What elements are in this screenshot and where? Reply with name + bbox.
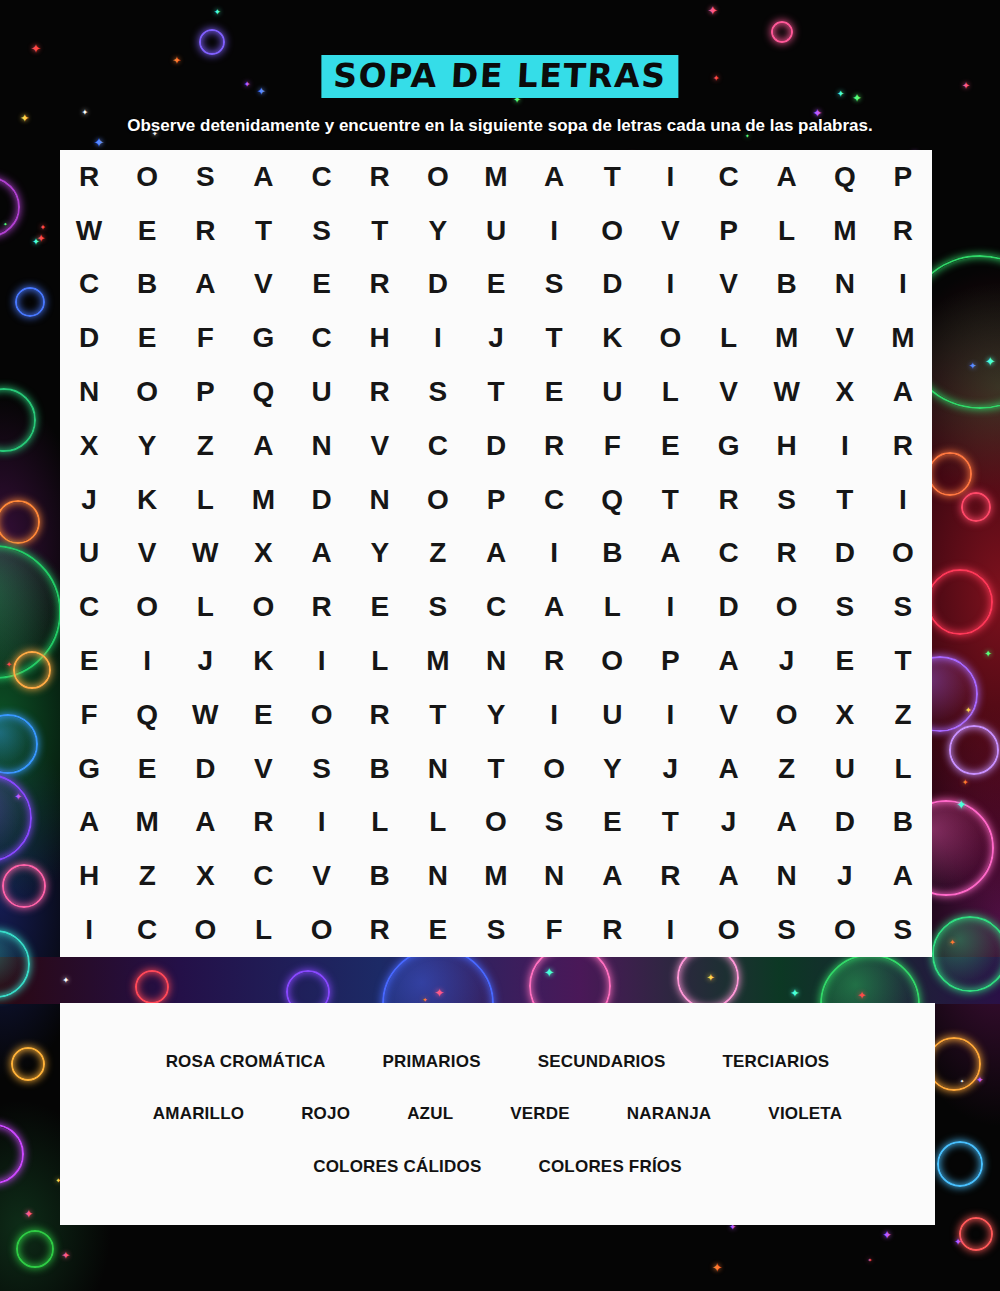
grid-cell-r12c4[interactable]: V bbox=[234, 742, 292, 796]
grid-cell-r15c14[interactable]: O bbox=[816, 903, 874, 957]
bubble-ring bbox=[949, 725, 999, 775]
grid-cell-r8c7[interactable]: Z bbox=[409, 527, 467, 581]
page-title: SOPA DE LETRAS bbox=[332, 56, 667, 95]
grid-cell-r2c2[interactable]: E bbox=[118, 204, 176, 258]
grid-cell-r12c3[interactable]: D bbox=[176, 742, 234, 796]
star-sparkle: ✦ bbox=[882, 1229, 892, 1241]
star-sparkle: ✦ bbox=[960, 1079, 964, 1084]
grid-cell-r11c5[interactable]: O bbox=[293, 688, 351, 742]
star-sparkle: ✦ bbox=[14, 792, 22, 802]
star-sparkle: ✦ bbox=[712, 1262, 723, 1275]
grid-cell-r13c7[interactable]: L bbox=[409, 796, 467, 850]
grid-cell-r5c1[interactable]: N bbox=[60, 365, 118, 419]
grid-cell-r13c4[interactable]: R bbox=[234, 796, 292, 850]
word-item: COLORES CÁLIDOS bbox=[313, 1157, 481, 1177]
grid-cell-r9c15[interactable]: S bbox=[874, 580, 932, 634]
grid-cell-r1c12[interactable]: C bbox=[699, 150, 757, 204]
grid-cell-r10c15[interactable]: T bbox=[874, 634, 932, 688]
grid-cell-r13c6[interactable]: L bbox=[351, 796, 409, 850]
grid-cell-r3c15[interactable]: I bbox=[874, 258, 932, 312]
grid-cell-r6c2[interactable]: Y bbox=[118, 419, 176, 473]
grid-cell-r4c5[interactable]: C bbox=[293, 311, 351, 365]
grid-cell-r6c15[interactable]: R bbox=[874, 419, 932, 473]
star-sparkle: ✦ bbox=[172, 55, 181, 66]
star-sparkle: ✦ bbox=[244, 81, 251, 89]
grid-cell-r15c13[interactable]: S bbox=[758, 903, 816, 957]
grid-cell-r2c3[interactable]: R bbox=[176, 204, 234, 258]
grid-cell-r2c10[interactable]: O bbox=[583, 204, 641, 258]
grid-cell-r3c2[interactable]: B bbox=[118, 258, 176, 312]
grid-cell-r5c7[interactable]: S bbox=[409, 365, 467, 419]
grid-cell-r7c1[interactable]: J bbox=[60, 473, 118, 527]
grid-cell-r8c14[interactable]: D bbox=[816, 527, 874, 581]
grid-cell-r7c13[interactable]: S bbox=[758, 473, 816, 527]
grid-cell-r13c9[interactable]: S bbox=[525, 796, 583, 850]
word-item: SECUNDARIOS bbox=[538, 1052, 666, 1072]
grid-cell-r9c9[interactable]: A bbox=[525, 580, 583, 634]
grid-cell-r11c9[interactable]: I bbox=[525, 688, 583, 742]
grid-cell-r1c2[interactable]: O bbox=[118, 150, 176, 204]
grid-cell-r13c13[interactable]: A bbox=[758, 796, 816, 850]
grid-cell-r1c14[interactable]: Q bbox=[816, 150, 874, 204]
instruction-text: Observe detenidamente y encuentre en la … bbox=[0, 116, 1000, 136]
grid-cell-r11c1[interactable]: F bbox=[60, 688, 118, 742]
grid-cell-r9c13[interactable]: O bbox=[758, 580, 816, 634]
star-sparkle: ✦ bbox=[949, 939, 956, 947]
star-sparkle: ✦ bbox=[24, 1208, 34, 1220]
grid-cell-r9c4[interactable]: O bbox=[234, 580, 292, 634]
star-sparkle: ✦ bbox=[857, 990, 866, 1001]
grid-cell-r2c7[interactable]: Y bbox=[409, 204, 467, 258]
word-bank-row-1: ROSA CROMÁTICAPRIMARIOSSECUNDARIOSTERCIA… bbox=[60, 1052, 935, 1072]
grid-cell-r8c10[interactable]: B bbox=[583, 527, 641, 581]
grid-cell-r3c11[interactable]: I bbox=[641, 258, 699, 312]
grid-cell-r6c14[interactable]: I bbox=[816, 419, 874, 473]
word-item: TERCIARIOS bbox=[723, 1052, 830, 1072]
grid-cell-r8c5[interactable]: A bbox=[293, 527, 351, 581]
grid-cell-r3c10[interactable]: D bbox=[583, 258, 641, 312]
grid-cell-r5c10[interactable]: U bbox=[583, 365, 641, 419]
grid-cell-r7c7[interactable]: O bbox=[409, 473, 467, 527]
grid-cell-r11c3[interactable]: W bbox=[176, 688, 234, 742]
grid-cell-r1c10[interactable]: T bbox=[583, 150, 641, 204]
star-sparkle: ✦ bbox=[985, 356, 996, 369]
star-sparkle: ✦ bbox=[956, 799, 966, 811]
star-sparkle: ✦ bbox=[61, 1250, 70, 1261]
word-item: VIOLETA bbox=[768, 1104, 842, 1124]
grid-cell-r12c15[interactable]: L bbox=[874, 742, 932, 796]
star-sparkle: ✦ bbox=[434, 988, 444, 1000]
star-sparkle: ✦ bbox=[837, 89, 845, 99]
grid-cell-r2c14[interactable]: M bbox=[816, 204, 874, 258]
grid-cell-r8c2[interactable]: V bbox=[118, 527, 176, 581]
grid-cell-r4c9[interactable]: T bbox=[525, 311, 583, 365]
grid-cell-r13c8[interactable]: O bbox=[467, 796, 525, 850]
star-sparkle: ✦ bbox=[30, 43, 41, 56]
grid-cell-r9c11[interactable]: I bbox=[641, 580, 699, 634]
grid-cell-r11c11[interactable]: I bbox=[641, 688, 699, 742]
word-item: NARANJA bbox=[627, 1104, 712, 1124]
grid-cell-r2c13[interactable]: L bbox=[758, 204, 816, 258]
star-sparkle: ✦ bbox=[94, 137, 105, 150]
grid-cell-r4c4[interactable]: G bbox=[234, 311, 292, 365]
grid-cell-r1c4[interactable]: A bbox=[234, 150, 292, 204]
word-bank-row-2: AMARILLOROJOAZULVERDENARANJAVIOLETA bbox=[60, 1104, 935, 1124]
bubble-ring bbox=[927, 569, 993, 635]
grid-cell-r7c12[interactable]: R bbox=[699, 473, 757, 527]
grid-cell-r12c8[interactable]: T bbox=[467, 742, 525, 796]
grid-cell-r15c2[interactable]: C bbox=[118, 903, 176, 957]
star-sparkle: ✦ bbox=[969, 362, 977, 371]
grid-cell-r2c12[interactable]: P bbox=[699, 204, 757, 258]
grid-cell-r10c13[interactable]: J bbox=[758, 634, 816, 688]
grid-cell-r1c15[interactable]: P bbox=[874, 150, 932, 204]
grid-cell-r15c9[interactable]: F bbox=[525, 903, 583, 957]
grid-cell-r1c7[interactable]: O bbox=[409, 150, 467, 204]
grid-cell-r7c9[interactable]: C bbox=[525, 473, 583, 527]
grid-cell-r3c9[interactable]: S bbox=[525, 258, 583, 312]
grid-cell-r3c1[interactable]: C bbox=[60, 258, 118, 312]
grid-cell-r11c2[interactable]: Q bbox=[118, 688, 176, 742]
grid-cell-r15c15[interactable]: S bbox=[874, 903, 932, 957]
grid-cell-r4c7[interactable]: I bbox=[409, 311, 467, 365]
grid-cell-r13c10[interactable]: E bbox=[583, 796, 641, 850]
grid-cell-r11c4[interactable]: E bbox=[234, 688, 292, 742]
grid-cell-r10c9[interactable]: R bbox=[525, 634, 583, 688]
grid-cell-r8c9[interactable]: I bbox=[525, 527, 583, 581]
star-sparkle: ✦ bbox=[962, 81, 970, 91]
grid-cell-r8c11[interactable]: A bbox=[641, 527, 699, 581]
grid-cell-r3c8[interactable]: E bbox=[467, 258, 525, 312]
grid-cell-r15c5[interactable]: O bbox=[293, 903, 351, 957]
grid-cell-r1c11[interactable]: I bbox=[641, 150, 699, 204]
grid-cell-r11c6[interactable]: R bbox=[351, 688, 409, 742]
grid-cell-r5c14[interactable]: X bbox=[816, 365, 874, 419]
grid-cell-r4c2[interactable]: E bbox=[118, 311, 176, 365]
grid-cell-r14c13[interactable]: N bbox=[758, 849, 816, 903]
word-item: ROSA CROMÁTICA bbox=[166, 1052, 326, 1072]
grid-cell-r3c14[interactable]: N bbox=[816, 258, 874, 312]
grid-cell-r11c14[interactable]: X bbox=[816, 688, 874, 742]
star-sparkle: ✦ bbox=[852, 93, 862, 105]
grid-cell-r9c3[interactable]: L bbox=[176, 580, 234, 634]
grid-cell-r14c4[interactable]: C bbox=[234, 849, 292, 903]
star-sparkle: ✦ bbox=[962, 779, 969, 787]
star-sparkle: ✦ bbox=[954, 1238, 962, 1247]
grid-cell-r13c11[interactable]: T bbox=[641, 796, 699, 850]
grid-cell-r15c3[interactable]: O bbox=[176, 903, 234, 957]
grid-cell-r10c3[interactable]: J bbox=[176, 634, 234, 688]
grid-cell-r12c7[interactable]: N bbox=[409, 742, 467, 796]
grid-cell-r6c8[interactable]: D bbox=[467, 419, 525, 473]
grid-cell-r10c2[interactable]: I bbox=[118, 634, 176, 688]
grid-cell-r4c3[interactable]: F bbox=[176, 311, 234, 365]
grid-cell-r1c13[interactable]: A bbox=[758, 150, 816, 204]
grid-cell-r8c1[interactable]: U bbox=[60, 527, 118, 581]
star-sparkle: ✦ bbox=[214, 8, 221, 17]
grid-cell-r15c6[interactable]: R bbox=[351, 903, 409, 957]
grid-cell-r9c8[interactable]: C bbox=[467, 580, 525, 634]
grid-cell-r2c4[interactable]: T bbox=[234, 204, 292, 258]
grid-cell-r5c6[interactable]: R bbox=[351, 365, 409, 419]
grid-cell-r1c1[interactable]: R bbox=[60, 150, 118, 204]
grid-cell-r4c13[interactable]: M bbox=[758, 311, 816, 365]
grid-cell-r11c15[interactable]: Z bbox=[874, 688, 932, 742]
grid-cell-r10c11[interactable]: P bbox=[641, 634, 699, 688]
bubble-ring bbox=[11, 1047, 45, 1081]
star-sparkle: ✦ bbox=[62, 976, 69, 985]
grid-cell-r2c6[interactable]: T bbox=[351, 204, 409, 258]
word-bank-row-3: COLORES CÁLIDOSCOLORES FRÍOS bbox=[60, 1157, 935, 1177]
word-item: AMARILLO bbox=[153, 1104, 244, 1124]
grid-cell-r5c2[interactable]: O bbox=[118, 365, 176, 419]
star-sparkle: ✦ bbox=[790, 988, 799, 999]
bubble-ring bbox=[961, 492, 991, 522]
grid-cell-r4c14[interactable]: V bbox=[816, 311, 874, 365]
grid-cell-r10c1[interactable]: E bbox=[60, 634, 118, 688]
grid-cell-r14c14[interactable]: J bbox=[816, 849, 874, 903]
grid-cell-r15c11[interactable]: I bbox=[641, 903, 699, 957]
grid-cell-r4c8[interactable]: J bbox=[467, 311, 525, 365]
grid-cell-r8c15[interactable]: O bbox=[874, 527, 932, 581]
star-sparkle: ✦ bbox=[40, 224, 47, 232]
grid-cell-r2c1[interactable]: W bbox=[60, 204, 118, 258]
grid-cell-r7c4[interactable]: M bbox=[234, 473, 292, 527]
title-banner: SOPA DE LETRAS bbox=[321, 55, 678, 98]
grid-cell-r2c9[interactable]: I bbox=[525, 204, 583, 258]
grid-cell-r4c11[interactable]: O bbox=[641, 311, 699, 365]
grid-cell-r6c5[interactable]: N bbox=[293, 419, 351, 473]
grid-cell-r13c2[interactable]: M bbox=[118, 796, 176, 850]
grid-cell-r1c8[interactable]: M bbox=[467, 150, 525, 204]
grid-cell-r3c7[interactable]: D bbox=[409, 258, 467, 312]
grid-cell-r7c14[interactable]: T bbox=[816, 473, 874, 527]
grid-cell-r13c15[interactable]: B bbox=[874, 796, 932, 850]
grid-cell-r1c6[interactable]: R bbox=[351, 150, 409, 204]
grid-cell-r9c5[interactable]: R bbox=[293, 580, 351, 634]
grid-cell-r6c4[interactable]: A bbox=[234, 419, 292, 473]
grid-cell-r8c4[interactable]: X bbox=[234, 527, 292, 581]
bubble-ring bbox=[959, 1217, 993, 1251]
grid-cell-r6c13[interactable]: H bbox=[758, 419, 816, 473]
grid-cell-r2c11[interactable]: V bbox=[641, 204, 699, 258]
grid-cell-r11c7[interactable]: T bbox=[409, 688, 467, 742]
word-item: PRIMARIOS bbox=[383, 1052, 481, 1072]
grid-cell-r6c3[interactable]: Z bbox=[176, 419, 234, 473]
grid-cell-r4c1[interactable]: D bbox=[60, 311, 118, 365]
grid-cell-r8c8[interactable]: A bbox=[467, 527, 525, 581]
grid-cell-r8c3[interactable]: W bbox=[176, 527, 234, 581]
grid-cell-r15c4[interactable]: L bbox=[234, 903, 292, 957]
grid-cell-r9c1[interactable]: C bbox=[60, 580, 118, 634]
grid-cell-r5c9[interactable]: E bbox=[525, 365, 583, 419]
grid-cell-r14c1[interactable]: H bbox=[60, 849, 118, 903]
star-sparkle: ✦ bbox=[6, 661, 12, 669]
word-item: COLORES FRÍOS bbox=[538, 1157, 681, 1177]
grid-cell-r6c10[interactable]: F bbox=[583, 419, 641, 473]
bubble-ring bbox=[16, 1230, 54, 1268]
star-sparkle: ✦ bbox=[712, 74, 719, 83]
grid-cell-r14c8[interactable]: M bbox=[467, 849, 525, 903]
bubble-ring bbox=[2, 864, 46, 908]
grid-cell-r5c11[interactable]: L bbox=[641, 365, 699, 419]
star-sparkle: ✦ bbox=[976, 1076, 984, 1085]
grid-cell-r7c2[interactable]: K bbox=[118, 473, 176, 527]
grid-cell-r6c11[interactable]: E bbox=[641, 419, 699, 473]
grid-cell-r6c6[interactable]: V bbox=[351, 419, 409, 473]
grid-cell-r9c10[interactable]: L bbox=[583, 580, 641, 634]
letter-grid: ROSACROMATICAQPWERTSTYUIOVPLMRCBAVERDESD… bbox=[60, 150, 932, 957]
grid-cell-r10c14[interactable]: E bbox=[816, 634, 874, 688]
grid-cell-r6c9[interactable]: R bbox=[525, 419, 583, 473]
grid-cell-r7c11[interactable]: T bbox=[641, 473, 699, 527]
grid-cell-r10c4[interactable]: K bbox=[234, 634, 292, 688]
grid-cell-r2c8[interactable]: U bbox=[467, 204, 525, 258]
grid-cell-r14c12[interactable]: A bbox=[699, 849, 757, 903]
grid-cell-r4c6[interactable]: H bbox=[351, 311, 409, 365]
grid-cell-r8c13[interactable]: R bbox=[758, 527, 816, 581]
grid-cell-r5c12[interactable]: V bbox=[699, 365, 757, 419]
star-sparkle: ✦ bbox=[257, 86, 266, 97]
grid-cell-r8c6[interactable]: Y bbox=[351, 527, 409, 581]
grid-cell-r15c10[interactable]: R bbox=[583, 903, 641, 957]
grid-cell-r8c12[interactable]: C bbox=[699, 527, 757, 581]
grid-cell-r14c9[interactable]: N bbox=[525, 849, 583, 903]
grid-cell-r10c12[interactable]: A bbox=[699, 634, 757, 688]
grid-cell-r7c3[interactable]: L bbox=[176, 473, 234, 527]
grid-cell-r3c12[interactable]: V bbox=[699, 258, 757, 312]
grid-cell-r12c5[interactable]: S bbox=[293, 742, 351, 796]
grid-cell-r13c1[interactable]: A bbox=[60, 796, 118, 850]
grid-cell-r14c2[interactable]: Z bbox=[118, 849, 176, 903]
grid-cell-r6c12[interactable]: G bbox=[699, 419, 757, 473]
grid-cell-r11c12[interactable]: V bbox=[699, 688, 757, 742]
grid-cell-r12c9[interactable]: O bbox=[525, 742, 583, 796]
grid-cell-r12c12[interactable]: A bbox=[699, 742, 757, 796]
grid-cell-r11c8[interactable]: Y bbox=[467, 688, 525, 742]
grid-cell-r7c5[interactable]: D bbox=[293, 473, 351, 527]
grid-cell-r13c12[interactable]: J bbox=[699, 796, 757, 850]
bubble-ring bbox=[771, 21, 793, 43]
bubble-ring bbox=[199, 29, 225, 55]
grid-cell-r11c10[interactable]: U bbox=[583, 688, 641, 742]
grid-cell-r4c15[interactable]: M bbox=[874, 311, 932, 365]
grid-cell-r12c13[interactable]: Z bbox=[758, 742, 816, 796]
star-sparkle: ✦ bbox=[32, 237, 40, 247]
grid-cell-r9c6[interactable]: E bbox=[351, 580, 409, 634]
grid-cell-r1c5[interactable]: C bbox=[293, 150, 351, 204]
bubble-ring bbox=[932, 916, 1000, 992]
grid-cell-r13c5[interactable]: I bbox=[293, 796, 351, 850]
word-item: AZUL bbox=[407, 1104, 453, 1124]
grid-cell-r7c8[interactable]: P bbox=[467, 473, 525, 527]
grid-cell-r3c6[interactable]: R bbox=[351, 258, 409, 312]
grid-cell-r14c5[interactable]: V bbox=[293, 849, 351, 903]
grid-cell-r14c6[interactable]: B bbox=[351, 849, 409, 903]
grid-cell-r14c11[interactable]: R bbox=[641, 849, 699, 903]
bubble-ring bbox=[13, 651, 51, 689]
grid-cell-r5c3[interactable]: P bbox=[176, 365, 234, 419]
grid-cell-r10c8[interactable]: N bbox=[467, 634, 525, 688]
grid-cell-r10c6[interactable]: L bbox=[351, 634, 409, 688]
grid-cell-r4c12[interactable]: L bbox=[699, 311, 757, 365]
star-sparkle: ✦ bbox=[984, 649, 992, 659]
star-sparkle: ✦ bbox=[706, 973, 714, 983]
grid-cell-r6c7[interactable]: C bbox=[409, 419, 467, 473]
grid-cell-r14c3[interactable]: X bbox=[176, 849, 234, 903]
grid-cell-r10c10[interactable]: O bbox=[583, 634, 641, 688]
grid-cell-r5c5[interactable]: U bbox=[293, 365, 351, 419]
grid-cell-r12c14[interactable]: U bbox=[816, 742, 874, 796]
grid-cell-r3c4[interactable]: V bbox=[234, 258, 292, 312]
bubble-ring bbox=[927, 1037, 981, 1091]
grid-cell-r15c12[interactable]: O bbox=[699, 903, 757, 957]
grid-cell-r2c15[interactable]: R bbox=[874, 204, 932, 258]
grid-cell-r5c4[interactable]: Q bbox=[234, 365, 292, 419]
grid-cell-r3c3[interactable]: A bbox=[176, 258, 234, 312]
grid-cell-r13c14[interactable]: D bbox=[816, 796, 874, 850]
grid-cell-r7c10[interactable]: Q bbox=[583, 473, 641, 527]
grid-cell-r13c3[interactable]: A bbox=[176, 796, 234, 850]
grid-cell-r5c13[interactable]: W bbox=[758, 365, 816, 419]
grid-cell-r12c2[interactable]: E bbox=[118, 742, 176, 796]
grid-cell-r1c9[interactable]: A bbox=[525, 150, 583, 204]
bubble-ring bbox=[135, 970, 169, 1004]
grid-cell-r9c7[interactable]: S bbox=[409, 580, 467, 634]
grid-cell-r5c8[interactable]: T bbox=[467, 365, 525, 419]
word-bank: ROSA CROMÁTICAPRIMARIOSSECUNDARIOSTERCIA… bbox=[60, 1003, 935, 1225]
star-sparkle: ✦ bbox=[544, 967, 555, 980]
grid-cell-r3c13[interactable]: B bbox=[758, 258, 816, 312]
grid-cell-r7c6[interactable]: N bbox=[351, 473, 409, 527]
grid-cell-r6c1[interactable]: X bbox=[60, 419, 118, 473]
grid-cell-r11c13[interactable]: O bbox=[758, 688, 816, 742]
star-sparkle: ✦ bbox=[3, 222, 7, 227]
grid-cell-r7c15[interactable]: I bbox=[874, 473, 932, 527]
grid-cell-r12c1[interactable]: G bbox=[60, 742, 118, 796]
star-sparkle: ✦ bbox=[965, 706, 972, 714]
grid-cell-r15c7[interactable]: E bbox=[409, 903, 467, 957]
grid-cell-r1c3[interactable]: S bbox=[176, 150, 234, 204]
star-sparkle: ✦ bbox=[868, 1258, 873, 1263]
grid-cell-r9c2[interactable]: O bbox=[118, 580, 176, 634]
grid-cell-r12c6[interactable]: B bbox=[351, 742, 409, 796]
grid-cell-r15c1[interactable]: I bbox=[60, 903, 118, 957]
grid-cell-r3c5[interactable]: E bbox=[293, 258, 351, 312]
grid-cell-r12c11[interactable]: J bbox=[641, 742, 699, 796]
bubble-ring bbox=[928, 452, 972, 496]
word-item: VERDE bbox=[510, 1104, 570, 1124]
word-item: ROJO bbox=[301, 1104, 350, 1124]
grid-cell-r10c7[interactable]: M bbox=[409, 634, 467, 688]
grid-cell-r12c10[interactable]: Y bbox=[583, 742, 641, 796]
grid-cell-r4c10[interactable]: K bbox=[583, 311, 641, 365]
grid-cell-r14c7[interactable]: N bbox=[409, 849, 467, 903]
grid-cell-r9c12[interactable]: D bbox=[699, 580, 757, 634]
grid-cell-r14c10[interactable]: A bbox=[583, 849, 641, 903]
star-sparkle: ✦ bbox=[707, 5, 718, 18]
grid-cell-r14c15[interactable]: A bbox=[874, 849, 932, 903]
grid-cell-r15c8[interactable]: S bbox=[467, 903, 525, 957]
bubble-ring bbox=[937, 1141, 983, 1187]
grid-cell-r2c5[interactable]: S bbox=[293, 204, 351, 258]
grid-cell-r5c15[interactable]: A bbox=[874, 365, 932, 419]
bubble-ring bbox=[15, 287, 45, 317]
grid-cell-r10c5[interactable]: I bbox=[293, 634, 351, 688]
grid-cell-r9c14[interactable]: S bbox=[816, 580, 874, 634]
